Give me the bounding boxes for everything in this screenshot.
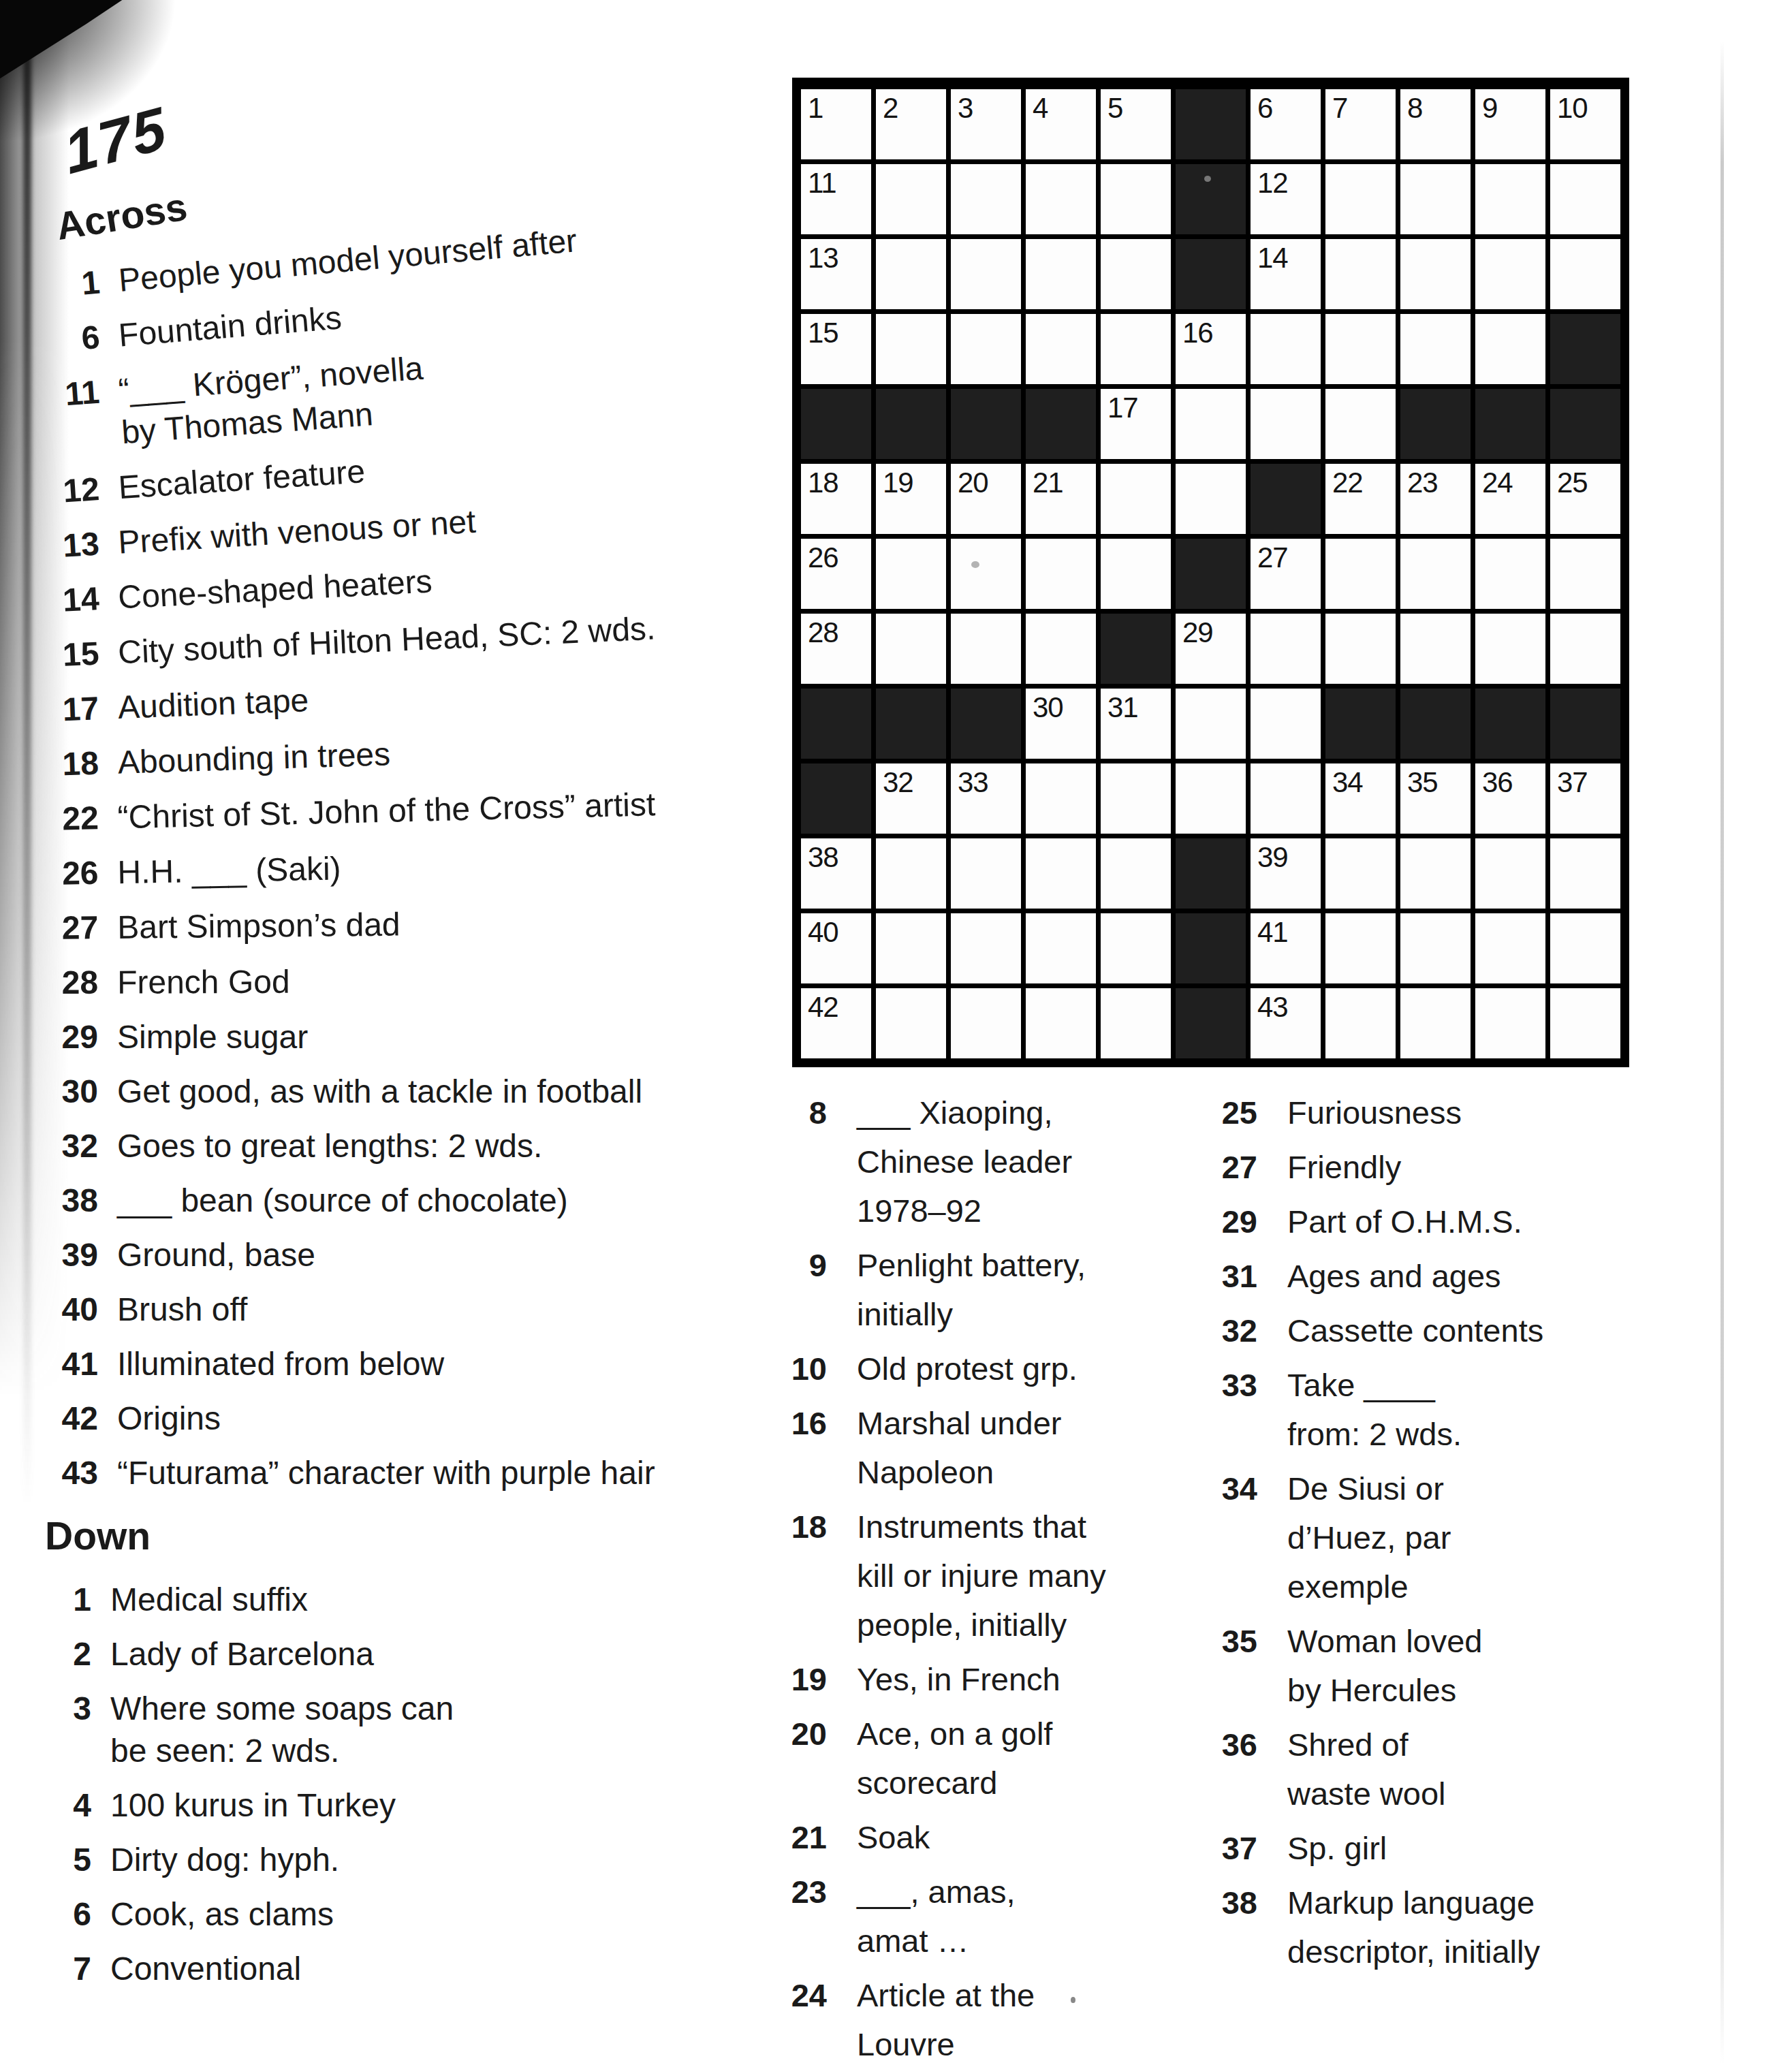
cell-r5c9 (1400, 389, 1471, 459)
clue-number: 31 (1207, 1252, 1257, 1301)
clue-text: ___ Xiaoping, Chinese leader 1978–92 (857, 1088, 1072, 1235)
cell-number: 26 (808, 541, 838, 574)
crossword-grid[interactable]: 1234567891011121314151617181920212223242… (792, 78, 1629, 1067)
cell-number: 28 (808, 616, 838, 649)
cell-r6c8[interactable]: 22 (1325, 464, 1396, 534)
clue-text: Instruments that kill or injure many peo… (857, 1502, 1106, 1650)
cell-number: 31 (1107, 691, 1138, 724)
clue-text: Soak (857, 1813, 930, 1862)
clue-text: Cassette contents (1287, 1306, 1543, 1355)
cell-r12c6 (1176, 913, 1246, 983)
cell-r4c9[interactable] (1400, 314, 1471, 384)
down-clue-list-left: 1Medical suffix2Lady of Barcelona3Where … (41, 1579, 763, 2002)
clue-text: Origins (117, 1398, 221, 1440)
cell-number: 16 (1182, 317, 1213, 349)
clue-number: 36 (1207, 1720, 1257, 1769)
clue-item-35: 35Woman loved by Hercules (1207, 1617, 1684, 1715)
cell-number: 21 (1033, 467, 1063, 499)
clue-item-38: 38Markup language descriptor, initially (1207, 1878, 1684, 1976)
cell-number: 22 (1332, 467, 1363, 499)
cell-number: 38 (808, 841, 838, 874)
cell-r9c8 (1325, 689, 1396, 759)
clue-item-9: 9Penlight battery, initially (776, 1241, 1212, 1339)
clue-number: 12 (48, 468, 101, 514)
clue-number: 42 (48, 1398, 98, 1440)
cell-r3c11[interactable] (1550, 239, 1620, 309)
clue-number: 17 (48, 687, 99, 731)
clue-item-41: 41Illuminated from below (48, 1343, 790, 1385)
cell-r1c4[interactable]: 4 (1026, 89, 1096, 159)
cell-number: 23 (1407, 467, 1438, 499)
clue-item-28: 28French God (48, 959, 790, 1004)
cell-r8c9[interactable] (1400, 614, 1471, 684)
cell-r7c5[interactable] (1101, 539, 1171, 609)
clue-item-1: 1Medical suffix (41, 1579, 763, 1621)
cell-r9c10 (1475, 689, 1545, 759)
cell-r4c8[interactable] (1325, 314, 1396, 384)
cell-r6c6[interactable] (1176, 464, 1246, 534)
clue-number: 3 (41, 1688, 91, 1730)
cell-r13c7[interactable]: 43 (1251, 988, 1321, 1058)
cell-number: 34 (1332, 766, 1363, 799)
cell-r3c3[interactable] (951, 239, 1021, 309)
clue-text: Yes, in French (857, 1655, 1060, 1704)
clue-text: Simple sugar (117, 1016, 308, 1058)
cell-r12c2[interactable] (876, 913, 946, 983)
cell-number: 41 (1257, 916, 1288, 949)
cell-r8c1[interactable]: 28 (801, 614, 871, 684)
cell-r4c2[interactable] (876, 314, 946, 384)
cell-r4c4[interactable] (1026, 314, 1096, 384)
clue-number: 23 (776, 1867, 827, 1917)
clue-number: 32 (48, 1125, 98, 1167)
cell-r9c2 (876, 689, 946, 759)
clue-item-25: 25Furiousness (1207, 1088, 1684, 1137)
clue-text: Ace, on a golf scorecard (857, 1709, 1052, 1808)
cell-r10c10[interactable]: 36 (1475, 763, 1545, 834)
cell-r2c8[interactable] (1325, 164, 1396, 234)
clue-number: 29 (1207, 1197, 1257, 1246)
cell-r6c10[interactable]: 24 (1475, 464, 1545, 534)
cell-r1c10[interactable]: 9 (1475, 89, 1545, 159)
cell-r11c7[interactable]: 39 (1251, 838, 1321, 909)
cell-r9c11 (1550, 689, 1620, 759)
cell-r6c11[interactable]: 25 (1550, 464, 1620, 534)
cell-r11c5[interactable] (1101, 838, 1171, 909)
clue-item-2: 2Lady of Barcelona (41, 1633, 763, 1675)
cell-r10c6[interactable] (1176, 763, 1246, 834)
cell-r1c1[interactable]: 1 (801, 89, 871, 159)
clue-text: H.H. ___ (Saki) (117, 847, 341, 894)
clue-number: 24 (776, 1971, 827, 2020)
cell-r1c11[interactable]: 10 (1550, 89, 1620, 159)
cell-r9c5[interactable]: 31 (1101, 689, 1171, 759)
clue-number: 41 (48, 1343, 98, 1385)
scan-speck (1071, 1997, 1075, 2003)
clue-text: Bart Simpson’s dad (117, 904, 400, 949)
clue-item-26: 26H.H. ___ (Saki) (48, 840, 791, 895)
clue-number: 7 (41, 1948, 91, 1990)
cell-r10c5[interactable] (1101, 763, 1171, 834)
clue-text: Get good, as with a tackle in football (117, 1071, 642, 1113)
cell-r4c1[interactable]: 15 (801, 314, 871, 384)
cell-r3c7[interactable]: 14 (1251, 239, 1321, 309)
cell-number: 3 (958, 92, 973, 125)
clue-text: Abounding in trees (117, 733, 391, 784)
across-clue-list: 1People you model yourself after6Fountai… (48, 266, 790, 1507)
cell-r12c8[interactable] (1325, 913, 1396, 983)
cell-r10c7[interactable] (1251, 763, 1321, 834)
clue-number: 14 (48, 578, 100, 622)
clue-item-33: 33Take ____ from: 2 wds. (1207, 1361, 1684, 1459)
clue-number: 15 (48, 633, 100, 677)
cell-r4c7[interactable] (1251, 314, 1321, 384)
clue-number: 30 (48, 1071, 98, 1113)
clue-text: Old protest grp. (857, 1344, 1078, 1393)
clue-number: 35 (1207, 1617, 1257, 1666)
cell-r10c3[interactable]: 33 (951, 763, 1021, 834)
clue-number: 38 (48, 1180, 98, 1222)
cell-r7c10[interactable] (1475, 539, 1545, 609)
cell-r7c3[interactable] (951, 539, 1021, 609)
cell-r11c1[interactable]: 38 (801, 838, 871, 909)
cell-r7c9[interactable] (1400, 539, 1471, 609)
clue-item-19: 19Yes, in French (776, 1655, 1212, 1704)
cell-r1c3[interactable]: 3 (951, 89, 1021, 159)
cell-r8c5 (1101, 614, 1171, 684)
clue-item-3: 3Where some soaps can be seen: 2 wds. (41, 1688, 763, 1772)
clue-item-29: 29Simple sugar (48, 1016, 790, 1058)
cell-r9c3 (951, 689, 1021, 759)
cell-r7c1[interactable]: 26 (801, 539, 871, 609)
clue-number: 28 (48, 962, 98, 1004)
down-clue-list-right: 25Furiousness27Friendly29Part of O.H.M.S… (1207, 1088, 1684, 1982)
clue-item-43: 43“Futurama” character with purple hair (48, 1452, 790, 1494)
cell-number: 24 (1482, 467, 1513, 499)
cell-r11c10[interactable] (1475, 838, 1545, 909)
clue-text: Marshal under Napoleon (857, 1399, 1061, 1497)
clue-number: 39 (48, 1234, 98, 1276)
page-curl-line (23, 41, 31, 1505)
clue-number: 1 (41, 1579, 91, 1621)
cell-r1c7[interactable]: 6 (1251, 89, 1321, 159)
clue-item-20: 20Ace, on a golf scorecard (776, 1709, 1212, 1808)
clue-item-32: 32Goes to great lengths: 2 wds. (48, 1125, 790, 1167)
cell-r1c5[interactable]: 5 (1101, 89, 1171, 159)
cell-number: 43 (1257, 991, 1288, 1024)
clue-text: Lady of Barcelona (110, 1633, 374, 1675)
cell-r8c6[interactable]: 29 (1176, 614, 1246, 684)
cell-number: 9 (1482, 92, 1497, 125)
cell-r11c9[interactable] (1400, 838, 1471, 909)
cell-r8c8[interactable] (1325, 614, 1396, 684)
cell-r10c11[interactable]: 37 (1550, 763, 1620, 834)
clue-item-6: 6Cook, as clams (41, 1893, 763, 1936)
cell-r2c5[interactable] (1101, 164, 1171, 234)
cell-r5c8[interactable] (1325, 389, 1396, 459)
cell-r2c3[interactable] (951, 164, 1021, 234)
cell-r8c11[interactable] (1550, 614, 1620, 684)
cell-r13c8[interactable] (1325, 988, 1396, 1058)
clue-text: Cone-shaped heaters (117, 561, 433, 619)
clue-number: 27 (48, 907, 99, 949)
cell-r1c8[interactable]: 7 (1325, 89, 1396, 159)
cell-r4c3[interactable] (951, 314, 1021, 384)
cell-r3c4[interactable] (1026, 239, 1096, 309)
clue-item-38: 38___ bean (source of chocolate) (48, 1180, 790, 1222)
cell-r10c9[interactable]: 35 (1400, 763, 1471, 834)
clue-text: Audition tape (117, 679, 309, 729)
cell-r5c5[interactable]: 17 (1101, 389, 1171, 459)
cell-number: 20 (958, 467, 988, 499)
clue-item-27: 27Bart Simpson’s dad (48, 900, 791, 949)
cell-r2c4[interactable] (1026, 164, 1096, 234)
clue-item-39: 39Ground, base (48, 1234, 790, 1276)
cell-r10c4[interactable] (1026, 763, 1096, 834)
cell-r2c11[interactable] (1550, 164, 1620, 234)
cell-number: 32 (883, 766, 913, 799)
clue-text: Illuminated from below (117, 1343, 444, 1385)
clue-text: Escalator feature (117, 450, 366, 509)
clue-text: ___ bean (source of chocolate) (117, 1180, 568, 1222)
book-page: 175 Across Down 123456789101112131415161… (0, 0, 1792, 2065)
cell-r11c11[interactable] (1550, 838, 1620, 909)
clue-text: “___ Kröger”, novella by Thomas Mann (117, 347, 428, 454)
clue-number: 40 (48, 1289, 98, 1331)
cell-r6c1[interactable]: 18 (801, 464, 871, 534)
clue-text: Goes to great lengths: 2 wds. (117, 1125, 542, 1167)
clue-item-21: 21Soak (776, 1813, 1212, 1862)
clue-number: 25 (1207, 1088, 1257, 1137)
cell-r11c8[interactable] (1325, 838, 1396, 909)
cell-r1c2[interactable]: 2 (876, 89, 946, 159)
cell-r11c6 (1176, 838, 1246, 909)
clue-number: 22 (48, 797, 99, 840)
cell-r8c10[interactable] (1475, 614, 1545, 684)
clue-text: 100 kurus in Turkey (110, 1784, 396, 1827)
cell-r10c8[interactable]: 34 (1325, 763, 1396, 834)
cell-number: 25 (1557, 467, 1588, 499)
cell-number: 27 (1257, 541, 1288, 574)
clue-number: 21 (776, 1813, 827, 1862)
cell-r7c11[interactable] (1550, 539, 1620, 609)
cell-r9c1 (801, 689, 871, 759)
clue-item-23: 23___, amas, amat … (776, 1867, 1212, 1966)
clue-number: 18 (776, 1502, 827, 1551)
cell-number: 35 (1407, 766, 1438, 799)
clue-text: Prefix with venous or net (117, 501, 477, 564)
cell-r6c2[interactable]: 19 (876, 464, 946, 534)
clue-item-30: 30Get good, as with a tackle in football (48, 1071, 790, 1113)
clue-text: De Siusi or d’Huez, par exemple (1287, 1464, 1451, 1611)
cell-number: 13 (808, 242, 838, 274)
clue-item-5: 5Dirty dog: hyph. (41, 1839, 763, 1881)
cell-number: 10 (1557, 92, 1588, 125)
clue-item-31: 31Ages and ages (1207, 1252, 1684, 1301)
cell-r3c8[interactable] (1325, 239, 1396, 309)
cell-r10c2[interactable]: 32 (876, 763, 946, 834)
clue-number: 32 (1207, 1306, 1257, 1355)
cell-r2c2[interactable] (876, 164, 946, 234)
cell-number: 30 (1033, 691, 1063, 724)
cell-r13c10[interactable] (1475, 988, 1545, 1058)
cell-r8c4[interactable] (1026, 614, 1096, 684)
cell-r7c6 (1176, 539, 1246, 609)
clue-number: 10 (776, 1344, 827, 1393)
cell-number: 33 (958, 766, 988, 799)
cell-r8c7[interactable] (1251, 614, 1321, 684)
clue-text: Penlight battery, initially (857, 1241, 1086, 1339)
clue-text: Brush off (117, 1289, 247, 1331)
cell-r13c11[interactable] (1550, 988, 1620, 1058)
clue-number: 37 (1207, 1824, 1257, 1873)
cell-r12c11[interactable] (1550, 913, 1620, 983)
cell-r9c6[interactable] (1176, 689, 1246, 759)
clue-text: Article at the Louvre (857, 1971, 1035, 2065)
cell-number: 6 (1257, 92, 1272, 125)
cell-r11c3[interactable] (951, 838, 1021, 909)
cell-r9c7[interactable] (1251, 689, 1321, 759)
clue-text: Cook, as clams (110, 1893, 334, 1936)
clue-number: 8 (776, 1088, 827, 1137)
clue-number: 13 (48, 523, 101, 568)
clue-item-40: 40Brush off (48, 1289, 790, 1331)
cell-r6c5[interactable] (1101, 464, 1171, 534)
cell-number: 37 (1557, 766, 1588, 799)
cell-r8c3[interactable] (951, 614, 1021, 684)
cell-number: 40 (808, 916, 838, 949)
cell-r1c9[interactable]: 8 (1400, 89, 1471, 159)
cell-r2c7[interactable]: 12 (1251, 164, 1321, 234)
cell-r5c2 (876, 389, 946, 459)
cell-r13c1[interactable]: 42 (801, 988, 871, 1058)
clue-item-24: 24Article at the Louvre (776, 1971, 1212, 2065)
cell-r12c4[interactable] (1026, 913, 1096, 983)
cell-r7c7[interactable]: 27 (1251, 539, 1321, 609)
cell-r5c4 (1026, 389, 1096, 459)
clue-text: Markup language descriptor, initially (1287, 1878, 1540, 1976)
cell-number: 12 (1257, 167, 1288, 200)
cell-r13c2[interactable] (876, 988, 946, 1058)
clue-item-22: 22“Christ of St. John of the Cross” arti… (48, 780, 791, 840)
cell-r7c4[interactable] (1026, 539, 1096, 609)
cell-r9c4[interactable]: 30 (1026, 689, 1096, 759)
clue-number: 26 (48, 852, 99, 895)
cell-number: 5 (1107, 92, 1122, 125)
clue-number: 6 (41, 1893, 91, 1936)
clue-text: Ages and ages (1287, 1252, 1501, 1301)
clue-text: Fountain drinks (117, 297, 343, 357)
cell-number: 42 (808, 991, 838, 1024)
cell-r7c2[interactable] (876, 539, 946, 609)
cell-r12c7[interactable]: 41 (1251, 913, 1321, 983)
cell-r12c1[interactable]: 40 (801, 913, 871, 983)
clue-number: 43 (48, 1452, 98, 1494)
cell-r5c10 (1475, 389, 1545, 459)
clue-number: 19 (776, 1655, 827, 1704)
cell-r7c8[interactable] (1325, 539, 1396, 609)
clue-text: Ground, base (117, 1234, 315, 1276)
clue-number: 1 (48, 262, 101, 308)
cell-r2c1[interactable]: 11 (801, 164, 871, 234)
cell-number: 18 (808, 467, 838, 499)
clue-item-10: 10Old protest grp. (776, 1344, 1212, 1393)
cell-r3c10[interactable] (1475, 239, 1545, 309)
cell-r2c10[interactable] (1475, 164, 1545, 234)
cell-r13c5[interactable] (1101, 988, 1171, 1058)
cell-r6c9[interactable]: 23 (1400, 464, 1471, 534)
clue-item-16: 16Marshal under Napoleon (776, 1399, 1212, 1497)
clue-number: 11 (48, 371, 101, 417)
clue-item-36: 36Shred of waste wool (1207, 1720, 1684, 1818)
clue-number: 9 (776, 1241, 827, 1290)
cell-r12c3[interactable] (951, 913, 1021, 983)
cell-r12c10[interactable] (1475, 913, 1545, 983)
cell-r3c1[interactable]: 13 (801, 239, 871, 309)
clue-item-7: 7Conventional (41, 1948, 763, 1990)
clue-number: 29 (48, 1016, 98, 1058)
scan-speck (1204, 176, 1211, 182)
clue-text: Conventional (110, 1948, 301, 1990)
cell-r11c2[interactable] (876, 838, 946, 909)
cell-r4c5[interactable] (1101, 314, 1171, 384)
clue-number: 34 (1207, 1464, 1257, 1513)
clue-item-18: 18Abounding in trees (48, 721, 791, 786)
cell-r6c4[interactable]: 21 (1026, 464, 1096, 534)
cell-r5c6[interactable] (1176, 389, 1246, 459)
cell-r5c1 (801, 389, 871, 459)
clue-text: Where some soaps can be seen: 2 wds. (110, 1688, 454, 1772)
cell-r4c11 (1550, 314, 1620, 384)
cell-r3c6 (1176, 239, 1246, 309)
cell-r5c7[interactable] (1251, 389, 1321, 459)
cell-r3c5[interactable] (1101, 239, 1171, 309)
cell-number: 4 (1033, 92, 1048, 125)
cell-number: 1 (808, 92, 823, 125)
cell-r3c2[interactable] (876, 239, 946, 309)
cell-r6c3[interactable]: 20 (951, 464, 1021, 534)
cell-r13c3[interactable] (951, 988, 1021, 1058)
cell-number: 36 (1482, 766, 1513, 799)
cell-r1c6 (1176, 89, 1246, 159)
cell-r11c4[interactable] (1026, 838, 1096, 909)
cell-number: 7 (1332, 92, 1347, 125)
clue-item-34: 34De Siusi or d’Huez, par exemple (1207, 1464, 1684, 1611)
cell-number: 11 (808, 167, 836, 200)
clue-item-27: 27Friendly (1207, 1143, 1684, 1192)
cell-number: 8 (1407, 92, 1422, 125)
cell-r3c9[interactable] (1400, 239, 1471, 309)
cell-r12c5[interactable] (1101, 913, 1171, 983)
clue-text: Furiousness (1287, 1088, 1462, 1137)
cell-number: 29 (1182, 616, 1213, 649)
cell-r8c2[interactable] (876, 614, 946, 684)
cell-r4c6[interactable]: 16 (1176, 314, 1246, 384)
cell-r4c10[interactable] (1475, 314, 1545, 384)
cell-number: 19 (883, 467, 913, 499)
cell-r12c9[interactable] (1400, 913, 1471, 983)
cell-number: 39 (1257, 841, 1288, 874)
cell-r13c9[interactable] (1400, 988, 1471, 1058)
cell-number: 17 (1107, 392, 1138, 424)
cell-r2c9[interactable] (1400, 164, 1471, 234)
clue-number: 6 (48, 316, 101, 362)
scan-speck (971, 561, 979, 568)
clue-text: Take ____ from: 2 wds. (1287, 1361, 1462, 1459)
page-right-edge (1720, 41, 1724, 2065)
cell-r6c7 (1251, 464, 1321, 534)
cell-r13c4[interactable] (1026, 988, 1096, 1058)
